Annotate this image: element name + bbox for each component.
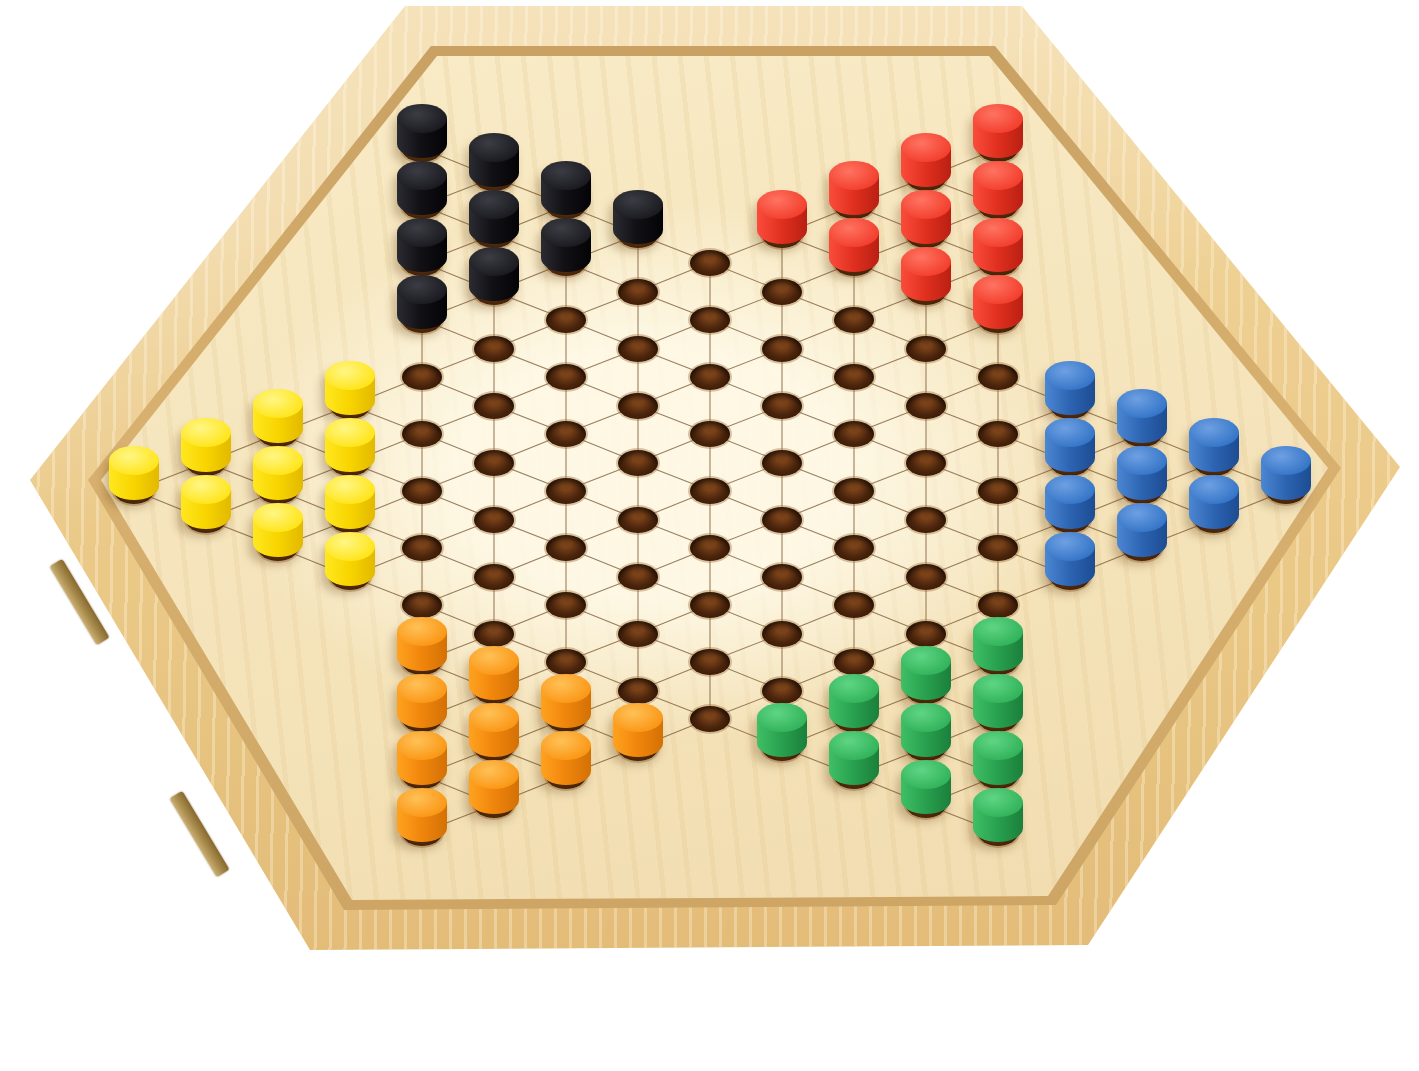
board-hole[interactable] [906, 564, 946, 590]
peg-top [397, 104, 447, 133]
peg-red[interactable] [973, 161, 1023, 215]
board-cell [464, 491, 524, 548]
board-cell [248, 519, 308, 576]
peg-green[interactable] [973, 674, 1023, 728]
board-column [680, 234, 740, 747]
board-cell [680, 405, 740, 462]
board-cell [464, 548, 524, 605]
board-cell [392, 348, 452, 405]
peg-yellow[interactable] [253, 503, 303, 557]
board-cell [824, 747, 884, 804]
board-cell [752, 377, 812, 434]
board-cell [824, 234, 884, 291]
peg-black[interactable] [541, 218, 591, 272]
peg-yellow[interactable] [325, 361, 375, 415]
peg-green[interactable] [829, 731, 879, 785]
peg-red[interactable] [973, 275, 1023, 329]
board-hole[interactable] [978, 364, 1018, 390]
board-hole[interactable] [474, 450, 514, 476]
board-cell [896, 491, 956, 548]
peg-blue[interactable] [1261, 446, 1311, 500]
peg-top [469, 760, 519, 789]
board-cell [608, 320, 668, 377]
peg-top [1189, 475, 1239, 504]
peg-top [541, 674, 591, 703]
board-cell [536, 234, 596, 291]
peg-black[interactable] [541, 161, 591, 215]
peg-green[interactable] [829, 674, 879, 728]
peg-black[interactable] [397, 275, 447, 329]
board-cell [608, 434, 668, 491]
peg-top [397, 617, 447, 646]
board-hole[interactable] [690, 307, 730, 333]
peg-top [325, 361, 375, 390]
board-hole[interactable] [546, 535, 586, 561]
board-cell [536, 519, 596, 576]
board-cell [608, 263, 668, 320]
peg-top [1045, 475, 1095, 504]
peg-orange[interactable] [397, 731, 447, 785]
board-hole[interactable] [546, 649, 586, 675]
board-hole[interactable] [402, 478, 442, 504]
board-cell [824, 291, 884, 348]
board-hole[interactable] [834, 535, 874, 561]
board-cell [392, 291, 452, 348]
board-cell [536, 747, 596, 804]
board-cell [896, 548, 956, 605]
board-hole[interactable] [618, 678, 658, 704]
peg-black[interactable] [469, 247, 519, 301]
peg-yellow[interactable] [253, 446, 303, 500]
board-hole[interactable] [402, 592, 442, 618]
board-column [1256, 462, 1316, 519]
peg-top [613, 190, 663, 219]
board-hole[interactable] [546, 592, 586, 618]
peg-top [1117, 503, 1167, 532]
board-column [1040, 377, 1100, 605]
peg-red[interactable] [901, 247, 951, 301]
board-cell [1184, 491, 1244, 548]
peg-orange[interactable] [469, 646, 519, 700]
board-column [536, 177, 596, 804]
peg-top [397, 218, 447, 247]
board-hole[interactable] [762, 450, 802, 476]
peg-top [901, 646, 951, 675]
board-hole[interactable] [762, 678, 802, 704]
board-cell [464, 377, 524, 434]
peg-top [253, 446, 303, 475]
board-column [896, 149, 956, 833]
board-column [608, 206, 668, 776]
board-cell [464, 263, 524, 320]
board-hole[interactable] [834, 307, 874, 333]
board-cell [536, 348, 596, 405]
board-cell [968, 519, 1028, 576]
peg-blue[interactable] [1045, 361, 1095, 415]
board-hole[interactable] [402, 364, 442, 390]
peg-orange[interactable] [541, 674, 591, 728]
peg-yellow[interactable] [253, 389, 303, 443]
peg-green[interactable] [973, 788, 1023, 842]
peg-top [1117, 446, 1167, 475]
peg-top [973, 788, 1023, 817]
peg-top [541, 161, 591, 190]
board-cell [608, 548, 668, 605]
peg-top [181, 418, 231, 447]
board-hole[interactable] [690, 535, 730, 561]
peg-top [973, 617, 1023, 646]
peg-red[interactable] [901, 133, 951, 187]
peg-top [613, 703, 663, 732]
peg-yellow[interactable] [109, 446, 159, 500]
peg-top [973, 275, 1023, 304]
board-hole[interactable] [618, 621, 658, 647]
board-cell [824, 519, 884, 576]
board-cell [608, 491, 668, 548]
peg-blue[interactable] [1117, 389, 1167, 443]
board-hole[interactable] [906, 450, 946, 476]
board-cell [680, 633, 740, 690]
peg-top [829, 674, 879, 703]
board-cell [320, 548, 380, 605]
peg-orange[interactable] [469, 703, 519, 757]
board-cell [608, 605, 668, 662]
board-cell [464, 776, 524, 833]
board-hole[interactable] [690, 478, 730, 504]
board-cell [680, 519, 740, 576]
board-cell [968, 462, 1028, 519]
peg-blue[interactable] [1045, 418, 1095, 472]
board-hole[interactable] [834, 649, 874, 675]
board-grid [104, 120, 1316, 861]
peg-black[interactable] [469, 133, 519, 187]
board-cell [752, 320, 812, 377]
peg-red[interactable] [973, 218, 1023, 272]
peg-top [901, 760, 951, 789]
peg-top [829, 161, 879, 190]
board-cell [680, 462, 740, 519]
board-cell [392, 405, 452, 462]
board-column [1112, 405, 1172, 576]
board-cell [1040, 548, 1100, 605]
board-column [392, 120, 452, 861]
board-hole[interactable] [474, 336, 514, 362]
peg-top [253, 503, 303, 532]
board-cell [536, 405, 596, 462]
peg-top [901, 133, 951, 162]
peg-top [325, 418, 375, 447]
board-cell [752, 263, 812, 320]
peg-red[interactable] [829, 161, 879, 215]
board-hole[interactable] [474, 507, 514, 533]
board-cell [1256, 462, 1316, 519]
board-hole[interactable] [978, 421, 1018, 447]
board-column [104, 462, 164, 519]
peg-green[interactable] [973, 731, 1023, 785]
peg-top [1045, 361, 1095, 390]
peg-top [469, 133, 519, 162]
board-hole[interactable] [978, 535, 1018, 561]
board-hole[interactable] [906, 507, 946, 533]
peg-red[interactable] [829, 218, 879, 272]
board-cell [752, 548, 812, 605]
board-hole[interactable] [690, 421, 730, 447]
peg-top [253, 389, 303, 418]
board-cell [824, 405, 884, 462]
board-hole[interactable] [906, 336, 946, 362]
board-cell [824, 462, 884, 519]
peg-top [973, 674, 1023, 703]
peg-yellow[interactable] [325, 475, 375, 529]
board-cell [176, 491, 236, 548]
peg-top [469, 247, 519, 276]
board-cell [752, 605, 812, 662]
board-hole[interactable] [690, 592, 730, 618]
peg-black[interactable] [397, 161, 447, 215]
board-hole[interactable] [762, 621, 802, 647]
peg-top [1045, 418, 1095, 447]
board-column [824, 177, 884, 804]
board-cell [536, 462, 596, 519]
peg-top [469, 703, 519, 732]
board-cell [824, 576, 884, 633]
board-cell [968, 405, 1028, 462]
peg-red[interactable] [901, 190, 951, 244]
board-cell [536, 291, 596, 348]
peg-top [541, 731, 591, 760]
peg-top [397, 731, 447, 760]
board-hole[interactable] [834, 592, 874, 618]
board-cell [680, 234, 740, 291]
board-column [1184, 434, 1244, 548]
peg-top [973, 104, 1023, 133]
board-cell [464, 434, 524, 491]
board-hole[interactable] [690, 649, 730, 675]
peg-top [1045, 532, 1095, 561]
board-hole[interactable] [546, 364, 586, 390]
board-cell [968, 291, 1028, 348]
board-cell [536, 576, 596, 633]
peg-black[interactable] [397, 104, 447, 158]
board-cell [392, 462, 452, 519]
peg-top [973, 218, 1023, 247]
board-cell [752, 719, 812, 776]
board-hole[interactable] [834, 478, 874, 504]
board-hole[interactable] [762, 336, 802, 362]
board-cell [968, 348, 1028, 405]
peg-orange[interactable] [613, 703, 663, 757]
board-hole[interactable] [834, 364, 874, 390]
board-hole[interactable] [690, 250, 730, 276]
board-cell [680, 291, 740, 348]
peg-top [1117, 389, 1167, 418]
board-hole[interactable] [474, 621, 514, 647]
peg-blue[interactable] [1189, 418, 1239, 472]
peg-top [973, 731, 1023, 760]
board-hole[interactable] [618, 393, 658, 419]
board-hole[interactable] [978, 478, 1018, 504]
board-hole[interactable] [690, 706, 730, 732]
board-cell [752, 491, 812, 548]
board-hole[interactable] [618, 564, 658, 590]
peg-blue[interactable] [1045, 475, 1095, 529]
board-cell [608, 206, 668, 263]
peg-orange[interactable] [397, 788, 447, 842]
board-hole[interactable] [474, 393, 514, 419]
peg-top [181, 475, 231, 504]
peg-green[interactable] [901, 646, 951, 700]
board-column [176, 434, 236, 548]
peg-top [397, 275, 447, 304]
peg-black[interactable] [613, 190, 663, 244]
board-hole[interactable] [690, 364, 730, 390]
peg-top [901, 247, 951, 276]
peg-top [541, 218, 591, 247]
board-hole[interactable] [762, 507, 802, 533]
board-hole[interactable] [546, 421, 586, 447]
board-hole[interactable] [618, 336, 658, 362]
peg-top [901, 190, 951, 219]
peg-top [469, 190, 519, 219]
peg-top [469, 646, 519, 675]
peg-yellow[interactable] [181, 475, 231, 529]
board-cell [896, 320, 956, 377]
board-hole[interactable] [978, 592, 1018, 618]
peg-green[interactable] [973, 617, 1023, 671]
peg-top [901, 703, 951, 732]
peg-blue[interactable] [1117, 446, 1167, 500]
peg-blue[interactable] [1189, 475, 1239, 529]
peg-top [829, 731, 879, 760]
peg-top [757, 190, 807, 219]
board-cell [824, 348, 884, 405]
board-hole[interactable] [402, 535, 442, 561]
board-cell [752, 206, 812, 263]
peg-blue[interactable] [1117, 503, 1167, 557]
board-hole[interactable] [618, 279, 658, 305]
board-cell [104, 462, 164, 519]
board-cell [752, 434, 812, 491]
board-cell [608, 377, 668, 434]
board-hole[interactable] [762, 564, 802, 590]
board-cell [896, 776, 956, 833]
board-scene [0, 0, 1419, 1071]
peg-top [325, 475, 375, 504]
peg-top [829, 218, 879, 247]
board-cell [392, 804, 452, 861]
board-hole[interactable] [618, 507, 658, 533]
board-hole[interactable] [906, 393, 946, 419]
peg-green[interactable] [901, 760, 951, 814]
board-cell [608, 719, 668, 776]
board-cell [896, 434, 956, 491]
board-cell [896, 263, 956, 320]
board-hole[interactable] [762, 393, 802, 419]
board-column [752, 206, 812, 776]
peg-black[interactable] [397, 218, 447, 272]
board-column [248, 405, 308, 576]
board-column [968, 120, 1028, 861]
board-hole[interactable] [402, 421, 442, 447]
peg-top [1261, 446, 1311, 475]
peg-yellow[interactable] [325, 418, 375, 472]
peg-top [325, 532, 375, 561]
board-column [320, 377, 380, 605]
board-cell [680, 690, 740, 747]
board-hole[interactable] [906, 621, 946, 647]
peg-top [397, 674, 447, 703]
peg-top [757, 703, 807, 732]
peg-red[interactable] [757, 190, 807, 244]
peg-yellow[interactable] [181, 418, 231, 472]
board-hole[interactable] [474, 564, 514, 590]
board-cell [680, 348, 740, 405]
board-cell [464, 320, 524, 377]
board-cell [968, 804, 1028, 861]
board-column [464, 149, 524, 833]
board-cell [392, 519, 452, 576]
peg-top [973, 161, 1023, 190]
peg-top [397, 788, 447, 817]
peg-red[interactable] [973, 104, 1023, 158]
board-hole[interactable] [546, 307, 586, 333]
peg-orange[interactable] [397, 617, 447, 671]
peg-orange[interactable] [469, 760, 519, 814]
peg-black[interactable] [469, 190, 519, 244]
peg-blue[interactable] [1045, 532, 1095, 586]
board-hole[interactable] [762, 279, 802, 305]
board-hole[interactable] [834, 421, 874, 447]
board-hole[interactable] [546, 478, 586, 504]
peg-top [1189, 418, 1239, 447]
peg-orange[interactable] [397, 674, 447, 728]
peg-green[interactable] [757, 703, 807, 757]
peg-yellow[interactable] [325, 532, 375, 586]
peg-orange[interactable] [541, 731, 591, 785]
peg-green[interactable] [901, 703, 951, 757]
peg-top [397, 161, 447, 190]
board-cell [680, 576, 740, 633]
board-cell [1112, 519, 1172, 576]
board-cell [896, 377, 956, 434]
board-hole[interactable] [618, 450, 658, 476]
peg-top [109, 446, 159, 475]
